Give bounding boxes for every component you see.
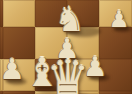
board-square[interactable] <box>3 0 35 27</box>
board-square[interactable] <box>99 91 132 94</box>
white-knight[interactable]: ♞ <box>55 2 85 36</box>
white-pawn[interactable]: ♟ <box>0 56 25 84</box>
white-pawn[interactable]: ♟ <box>109 8 130 31</box>
chess-board-screenshot: ♞♟♟♟♝♛♟ <box>0 0 132 94</box>
white-pawn[interactable]: ♟ <box>83 53 107 80</box>
